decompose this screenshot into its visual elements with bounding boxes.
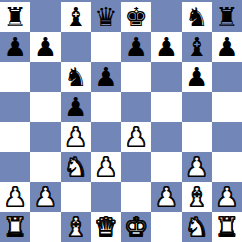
square-e4[interactable]: ♟ [121,122,151,152]
black-pawn-icon[interactable]: ♟ [155,34,178,60]
square-d2[interactable] [91,182,121,212]
white-knight-icon[interactable]: ♞ [185,214,208,240]
black-bishop-icon[interactable]: ♝ [185,34,208,60]
square-d6[interactable]: ♟ [91,62,121,92]
white-pawn-icon[interactable]: ♟ [3,184,26,210]
black-pawn-icon[interactable]: ♟ [34,34,57,60]
square-b7[interactable]: ♟ [30,32,60,62]
square-e1[interactable]: ♚ [121,212,151,242]
square-b5[interactable] [30,92,60,122]
square-h6[interactable] [212,62,242,92]
square-g6[interactable]: ♟ [182,62,212,92]
square-f6[interactable] [151,62,181,92]
square-e6[interactable] [121,62,151,92]
black-knight-icon[interactable]: ♞ [185,4,208,30]
black-pawn-icon[interactable]: ♟ [124,34,147,60]
square-b3[interactable] [30,152,60,182]
square-c6[interactable]: ♞ [61,62,91,92]
black-pawn-icon[interactable]: ♟ [215,34,238,60]
square-c8[interactable]: ♝ [61,2,91,32]
white-pawn-icon[interactable]: ♟ [94,154,117,180]
square-a4[interactable] [0,122,30,152]
black-bishop-icon[interactable]: ♝ [64,4,87,30]
square-f5[interactable] [151,92,181,122]
black-rook-icon[interactable]: ♜ [3,4,26,30]
white-knight-icon[interactable]: ♞ [64,154,87,180]
square-d3[interactable]: ♟ [91,152,121,182]
square-e7[interactable]: ♟ [121,32,151,62]
square-g8[interactable]: ♞ [182,2,212,32]
white-pawn-icon[interactable]: ♟ [215,184,238,210]
square-g2[interactable]: ♝ [182,182,212,212]
square-a3[interactable] [0,152,30,182]
square-e8[interactable]: ♚ [121,2,151,32]
square-f2[interactable]: ♟ [151,182,181,212]
square-d5[interactable] [91,92,121,122]
square-f4[interactable] [151,122,181,152]
square-d7[interactable] [91,32,121,62]
square-d4[interactable] [91,122,121,152]
square-g7[interactable]: ♝ [182,32,212,62]
square-c4[interactable]: ♟ [61,122,91,152]
square-g4[interactable] [182,122,212,152]
square-f7[interactable]: ♟ [151,32,181,62]
black-knight-icon[interactable]: ♞ [64,64,87,90]
white-pawn-icon[interactable]: ♟ [34,184,57,210]
square-c2[interactable] [61,182,91,212]
chess-board: ♜♝♛♚♞♜♟♟♟♟♝♟♞♟♟♟♟♟♞♟♟♟♟♟♝♟♜♝♛♚♞♜ [0,0,242,242]
square-a7[interactable]: ♟ [0,32,30,62]
white-king-icon[interactable]: ♚ [124,214,147,240]
white-bishop-icon[interactable]: ♝ [64,214,87,240]
black-king-icon[interactable]: ♚ [124,4,147,30]
square-e3[interactable] [121,152,151,182]
white-queen-icon[interactable]: ♛ [94,214,117,240]
square-c1[interactable]: ♝ [61,212,91,242]
black-pawn-icon[interactable]: ♟ [185,64,208,90]
square-h5[interactable] [212,92,242,122]
square-c5[interactable]: ♟ [61,92,91,122]
square-h4[interactable] [212,122,242,152]
white-rook-icon[interactable]: ♜ [215,214,238,240]
white-bishop-icon[interactable]: ♝ [185,184,208,210]
square-h3[interactable] [212,152,242,182]
white-pawn-icon[interactable]: ♟ [124,124,147,150]
black-rook-icon[interactable]: ♜ [215,4,238,30]
square-g3[interactable]: ♟ [182,152,212,182]
square-a5[interactable] [0,92,30,122]
square-f3[interactable] [151,152,181,182]
square-g1[interactable]: ♞ [182,212,212,242]
square-b2[interactable]: ♟ [30,182,60,212]
black-pawn-icon[interactable]: ♟ [3,34,26,60]
white-rook-icon[interactable]: ♜ [3,214,26,240]
square-b6[interactable] [30,62,60,92]
square-e2[interactable] [121,182,151,212]
square-h2[interactable]: ♟ [212,182,242,212]
square-a1[interactable]: ♜ [0,212,30,242]
black-queen-icon[interactable]: ♛ [94,4,117,30]
square-h1[interactable]: ♜ [212,212,242,242]
square-f8[interactable] [151,2,181,32]
white-pawn-icon[interactable]: ♟ [155,184,178,210]
black-pawn-icon[interactable]: ♟ [64,94,87,120]
white-pawn-icon[interactable]: ♟ [64,124,87,150]
square-a6[interactable] [0,62,30,92]
black-pawn-icon[interactable]: ♟ [94,64,117,90]
square-h7[interactable]: ♟ [212,32,242,62]
square-a8[interactable]: ♜ [0,2,30,32]
square-d1[interactable]: ♛ [91,212,121,242]
square-c3[interactable]: ♞ [61,152,91,182]
square-b8[interactable] [30,2,60,32]
white-pawn-icon[interactable]: ♟ [185,154,208,180]
square-e5[interactable] [121,92,151,122]
square-h8[interactable]: ♜ [212,2,242,32]
square-b1[interactable] [30,212,60,242]
square-a2[interactable]: ♟ [0,182,30,212]
square-b4[interactable] [30,122,60,152]
square-c7[interactable] [61,32,91,62]
square-d8[interactable]: ♛ [91,2,121,32]
square-f1[interactable] [151,212,181,242]
square-g5[interactable] [182,92,212,122]
